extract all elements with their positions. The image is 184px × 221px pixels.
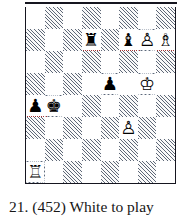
- square-f4: [119, 95, 138, 117]
- piece-white-pawn: ♙: [120, 118, 136, 138]
- piece-black-king: ♚: [45, 96, 63, 116]
- square-g6: [138, 51, 157, 73]
- square-g7: ♙: [138, 29, 157, 51]
- piece-black-rook: ♜: [83, 30, 99, 50]
- square-a2: [26, 139, 45, 161]
- square-a4: ♟: [26, 95, 45, 117]
- square-f6: [119, 51, 138, 73]
- square-b6: [45, 51, 64, 73]
- square-h4: [156, 95, 175, 117]
- square-e6: [101, 51, 120, 73]
- square-h5: [156, 73, 175, 95]
- square-d2: [82, 139, 101, 161]
- square-e8: [101, 7, 120, 29]
- piece-black-bishop: ♝: [120, 30, 136, 50]
- square-a1: ♖: [26, 161, 45, 183]
- square-c6: [63, 51, 82, 73]
- square-g3: [138, 117, 157, 139]
- piece-white-king: ♔: [138, 74, 156, 94]
- square-c5: [63, 73, 82, 95]
- square-c1: [63, 161, 82, 183]
- square-f7: ♝: [119, 29, 138, 51]
- square-h6: [156, 51, 175, 73]
- square-a3: [26, 117, 45, 139]
- square-d5: [82, 73, 101, 95]
- square-a5: [26, 73, 45, 95]
- square-b8: [45, 7, 64, 29]
- square-a8: [26, 7, 45, 29]
- square-h7: ♗: [156, 29, 175, 51]
- square-d6: [82, 51, 101, 73]
- square-b3: [45, 117, 64, 139]
- square-f1: [119, 161, 138, 183]
- square-c8: [63, 7, 82, 29]
- square-d7: ♜: [82, 29, 101, 51]
- square-d8: [82, 7, 101, 29]
- square-e2: [101, 139, 120, 161]
- square-e4: [101, 95, 120, 117]
- square-a6: [26, 51, 45, 73]
- square-e7: [101, 29, 120, 51]
- square-f8: [119, 7, 138, 29]
- piece-white-bishop: ♗: [158, 30, 174, 50]
- square-h1: [156, 161, 175, 183]
- square-g4: [138, 95, 157, 117]
- piece-black-pawn: ♟: [101, 74, 119, 94]
- square-g5: ♔: [138, 73, 157, 95]
- square-c7: [63, 29, 82, 51]
- square-c3: [63, 117, 82, 139]
- square-d4: [82, 95, 101, 117]
- square-b1: [45, 161, 64, 183]
- square-b7: [45, 29, 64, 51]
- chess-board: ♜♝♙♗♟♔♟♚♙♖: [25, 7, 176, 184]
- square-f3: ♙: [119, 117, 138, 139]
- square-e1: [101, 161, 120, 183]
- square-d1: [82, 161, 101, 183]
- piece-white-pawn: ♙: [138, 30, 156, 50]
- board-top-border: [25, 2, 177, 4]
- square-f5: [119, 73, 138, 95]
- square-e5: ♟: [101, 73, 120, 95]
- square-b5: [45, 73, 64, 95]
- square-c2: [63, 139, 82, 161]
- square-e3: [101, 117, 120, 139]
- square-g8: [138, 7, 157, 29]
- square-h8: [156, 7, 175, 29]
- square-c4: [63, 95, 82, 117]
- square-g1: [138, 161, 157, 183]
- square-d3: [82, 117, 101, 139]
- square-b4: ♚: [45, 95, 64, 117]
- square-a7: [26, 29, 45, 51]
- piece-black-pawn: ♟: [27, 96, 43, 116]
- page: ♜♝♙♗♟♔♟♚♙♖ 21. (452) White to play: [0, 0, 184, 221]
- square-f2: [119, 139, 138, 161]
- square-g2: [138, 139, 157, 161]
- square-b2: [45, 139, 64, 161]
- diagram-caption: 21. (452) White to play: [9, 198, 154, 216]
- square-h3: [156, 117, 175, 139]
- square-h2: [156, 139, 175, 161]
- piece-white-rook: ♖: [26, 162, 44, 182]
